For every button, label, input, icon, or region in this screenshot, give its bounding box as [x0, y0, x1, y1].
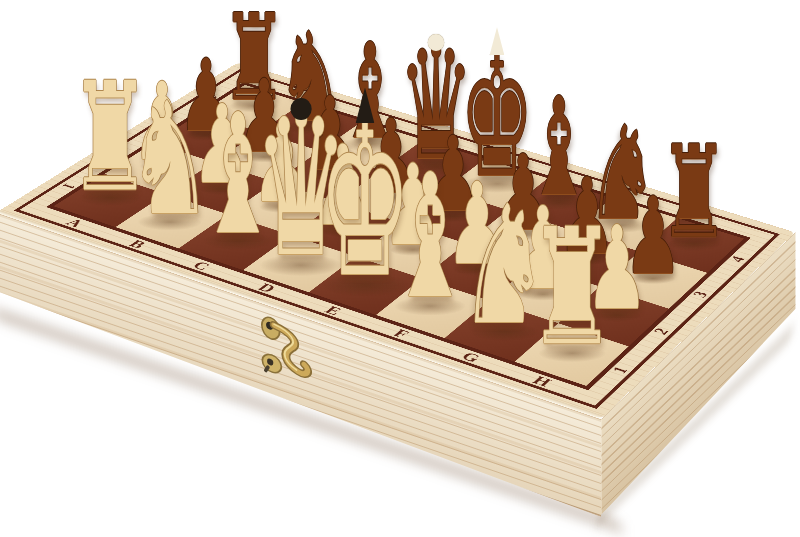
- dark-ball-finial: [290, 98, 311, 120]
- pieces-layer: ♜♞♝♛♚♝♞♜♟♟♟♟♟♟♟♟♟♟♟♟♟♟♟♟♜♞♝♛♚♝♞♜: [0, 0, 800, 537]
- light-ball-finial: [428, 34, 445, 51]
- chess-set-product-photo: ABCDEFGH11223344 ♜♞♝♛♚♝♞♜♟♟♟♟♟♟♟♟♟♟♟♟♟♟♟…: [0, 0, 800, 537]
- dark-spike-finial: [355, 88, 374, 124]
- white-rook-h1: ♜: [527, 208, 616, 369]
- light-spike-finial: [490, 27, 505, 55]
